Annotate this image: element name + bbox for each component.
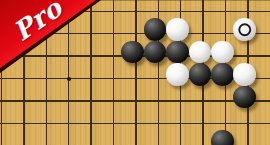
white-stone: [166, 63, 189, 86]
grid-horizontal-line: [0, 100, 270, 102]
black-stone: [144, 18, 167, 41]
star-point: [67, 77, 71, 81]
white-stone: [166, 18, 189, 41]
white-stone: [233, 63, 256, 86]
black-stone: [189, 63, 212, 86]
grid-horizontal-line: [0, 123, 270, 125]
white-stone: [211, 41, 234, 64]
grid-horizontal-line: [0, 33, 270, 35]
black-stone: [144, 41, 167, 64]
black-stone: [166, 41, 189, 64]
grid-horizontal-line: [0, 11, 270, 13]
white-stone: [189, 41, 212, 64]
circle-marker-icon: [238, 23, 252, 37]
white-stone-marked: [233, 18, 256, 41]
black-stone: [121, 41, 144, 64]
black-stone: [211, 130, 234, 145]
black-stone: [211, 63, 234, 86]
app-screen: Pro: [0, 0, 270, 145]
go-board[interactable]: [0, 0, 270, 145]
black-stone: [233, 86, 256, 109]
